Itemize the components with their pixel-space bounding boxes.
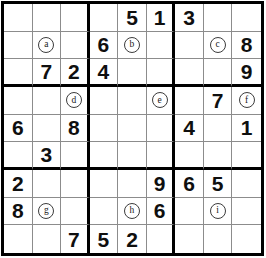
cell-r6c3[interactable] [61,142,90,170]
cell-r3c9[interactable]: 9 [232,59,261,87]
cell-r9c5[interactable]: 2 [118,225,147,253]
given-digit: 6 [12,117,24,138]
cell-r4c7[interactable] [175,87,204,115]
cell-r1c9[interactable] [232,4,261,32]
given-digit: 5 [212,173,224,194]
cell-r5c1[interactable]: 6 [4,115,33,143]
circled-letter-c: c [210,37,226,53]
given-digit: 9 [241,61,253,82]
given-digit: 2 [68,61,80,82]
given-digit: 6 [183,173,195,194]
cell-r2c8[interactable]: c [204,32,233,60]
cell-r7c7[interactable]: 6 [175,170,204,198]
cell-r1c4[interactable] [90,4,119,32]
given-digit: 5 [98,229,110,250]
cell-r4c6[interactable]: e [147,87,176,115]
circled-letter-a: a [38,37,54,53]
cell-r8c2[interactable]: g [33,198,62,226]
cell-r9c2[interactable] [33,225,62,253]
cell-r6c9[interactable] [232,142,261,170]
cell-r5c3[interactable]: 8 [61,115,90,143]
cell-r2c9[interactable]: 8 [232,32,261,60]
circled-letter-g: g [38,203,54,219]
circled-letter-label: e [157,96,161,106]
cell-r9c7[interactable] [175,225,204,253]
cell-r3c3[interactable]: 2 [61,59,90,87]
given-digit: 8 [241,34,253,55]
cell-r7c6[interactable]: 9 [147,170,176,198]
circled-letter-e: e [152,92,168,108]
cell-r8c8[interactable]: i [204,198,233,226]
given-digit: 6 [154,200,166,221]
cell-r7c4[interactable] [90,170,119,198]
cell-r5c4[interactable] [90,115,119,143]
cell-r3c5[interactable] [118,59,147,87]
cell-r7c2[interactable] [33,170,62,198]
circled-letter-label: g [44,206,49,216]
cell-r1c3[interactable] [61,4,90,32]
circled-letter-label: f [245,96,248,106]
sudoku-board: 513a6bc87249de7f6841329658gh6i752 [1,1,264,256]
given-digit: 9 [154,173,166,194]
given-digit: 4 [183,117,195,138]
cell-r3c2[interactable]: 7 [33,59,62,87]
circled-letter-i: i [210,203,226,219]
cell-r8c9[interactable] [232,198,261,226]
cell-r4c9[interactable]: f [232,87,261,115]
cell-r6c1[interactable] [4,142,33,170]
cell-r6c4[interactable] [90,142,119,170]
cell-r3c6[interactable] [147,59,176,87]
cell-r5c5[interactable] [118,115,147,143]
given-digit: 7 [212,90,224,111]
given-digit: 2 [12,173,24,194]
cell-r9c1[interactable] [4,225,33,253]
circled-letter-label: i [216,206,219,216]
cell-r1c5[interactable]: 5 [118,4,147,32]
cell-r2c3[interactable] [61,32,90,60]
circled-letter-f: f [239,92,255,108]
cell-r4c8[interactable]: 7 [204,87,233,115]
given-digit: 1 [241,117,253,138]
cell-r1c2[interactable] [33,4,62,32]
given-digit: 8 [12,200,24,221]
circled-letter-label: a [44,40,48,50]
cell-r9c3[interactable]: 7 [61,225,90,253]
given-digit: 2 [126,229,138,250]
cell-r4c3[interactable]: d [61,87,90,115]
cell-r5c8[interactable] [204,115,233,143]
given-digit: 6 [98,34,110,55]
cell-r6c5[interactable] [118,142,147,170]
cell-r8c5[interactable]: h [118,198,147,226]
cell-r9c4[interactable]: 5 [90,225,119,253]
cell-r2c4[interactable]: 6 [90,32,119,60]
cell-r5c9[interactable]: 1 [232,115,261,143]
cell-r7c8[interactable]: 5 [204,170,233,198]
cell-r4c2[interactable] [33,87,62,115]
given-digit: 5 [126,7,138,28]
cell-r3c7[interactable] [175,59,204,87]
circled-letter-label: c [216,40,220,50]
cell-r7c3[interactable] [61,170,90,198]
given-digit: 7 [40,61,52,82]
cell-r1c6[interactable]: 1 [147,4,176,32]
cell-r2c2[interactable]: a [33,32,62,60]
cell-r2c1[interactable] [4,32,33,60]
circled-letter-h: h [124,203,140,219]
circled-letter-b: b [124,37,140,53]
cell-r5c6[interactable] [147,115,176,143]
circled-letter-d: d [66,92,82,108]
cell-r2c5[interactable]: b [118,32,147,60]
given-digit: 3 [40,144,52,165]
cell-r3c1[interactable] [4,59,33,87]
cell-r2c6[interactable] [147,32,176,60]
cell-r8c6[interactable]: 6 [147,198,176,226]
given-digit: 1 [154,7,166,28]
cell-r8c3[interactable] [61,198,90,226]
cell-r3c8[interactable] [204,59,233,87]
given-digit: 7 [68,229,80,250]
cell-r1c8[interactable] [204,4,233,32]
given-digit: 3 [183,7,195,28]
cell-r3c4[interactable]: 4 [90,59,119,87]
cell-r5c7[interactable]: 4 [175,115,204,143]
circled-letter-label: h [130,206,135,216]
given-digit: 8 [68,117,80,138]
cell-r1c1[interactable] [4,4,33,32]
circled-letter-label: d [72,96,77,106]
cell-r7c5[interactable] [118,170,147,198]
cell-r9c8[interactable] [204,225,233,253]
cell-r4c1[interactable] [4,87,33,115]
circled-letter-label: b [130,40,135,50]
cell-r8c4[interactable] [90,198,119,226]
cell-r7c9[interactable] [232,170,261,198]
cell-r8c1[interactable]: 8 [4,198,33,226]
cell-r9c9[interactable] [232,225,261,253]
cell-r4c4[interactable] [90,87,119,115]
given-digit: 4 [98,61,110,82]
cell-r6c2[interactable]: 3 [33,142,62,170]
cell-r6c6[interactable] [147,142,176,170]
cell-r9c6[interactable] [147,225,176,253]
cell-r2c7[interactable] [175,32,204,60]
cell-r6c7[interactable] [175,142,204,170]
cell-r6c8[interactable] [204,142,233,170]
cell-r5c2[interactable] [33,115,62,143]
cell-r8c7[interactable] [175,198,204,226]
cell-r7c1[interactable]: 2 [4,170,33,198]
cell-r4c5[interactable] [118,87,147,115]
cell-r1c7[interactable]: 3 [175,4,204,32]
